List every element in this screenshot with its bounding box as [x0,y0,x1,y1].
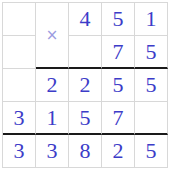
multiplicand-digit-tens: 5 [102,3,135,36]
partial2-digit: 3 [3,102,36,135]
multiplier-digit-ones: 5 [135,36,168,69]
partial2-digit: 1 [36,102,69,135]
product-digit: 5 [135,135,168,168]
multiply-sign: × [36,3,69,69]
multiplicand-digit-ones: 1 [135,3,168,36]
multiplicand-digit-hundreds: 4 [69,3,102,36]
partial2-digit: 7 [102,102,135,135]
product-digit: 2 [102,135,135,168]
empty-cell-r4c5 [135,102,168,135]
multiplier-digit-tens: 7 [102,36,135,69]
empty-cell-r3c1 [3,69,36,102]
product-digit: 8 [69,135,102,168]
partial1-digit: 2 [69,69,102,102]
partial1-digit: 2 [36,69,69,102]
partial2-digit: 5 [69,102,102,135]
empty-cell-r2c3 [69,36,102,69]
empty-cell-r2c1 [3,36,36,69]
empty-cell-r1c1 [3,3,36,36]
product-digit: 3 [36,135,69,168]
product-digit: 3 [3,135,36,168]
partial1-digit: 5 [102,69,135,102]
partial1-digit: 5 [135,69,168,102]
multiplication-grid: × 4 5 1 7 5 2 2 5 5 3 1 5 7 3 3 8 2 5 [2,2,168,168]
